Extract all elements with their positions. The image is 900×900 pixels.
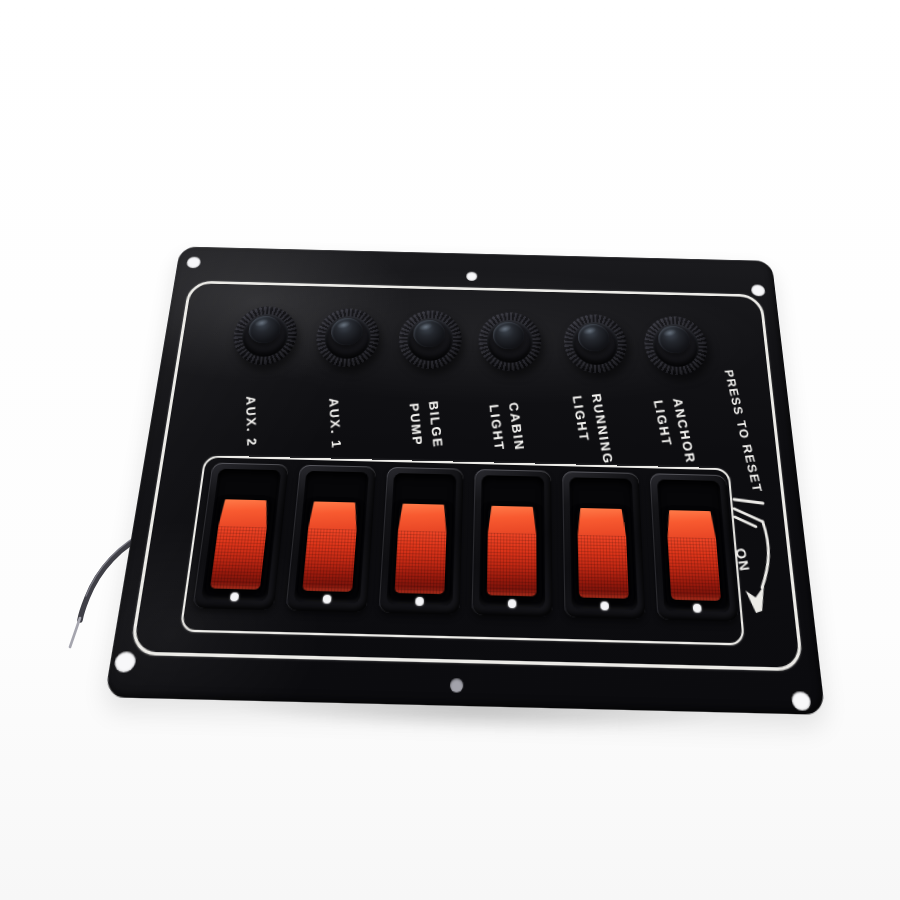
- rocker-front-face: [210, 526, 267, 590]
- rocker-top-face: [218, 499, 270, 528]
- rocker-actuator[interactable]: [210, 499, 270, 590]
- rocker-switch-anchor-light[interactable]: [650, 473, 739, 621]
- rocker-front-face: [578, 535, 629, 599]
- breaker-reset-button: [578, 324, 610, 352]
- switch-panel: AUX. 2 AUX. 1 BILGE PUMP CABIN LIGHT RUN…: [104, 246, 825, 714]
- screw-hole-bottom-center: [450, 678, 464, 693]
- screw-hole-bottom-left: [113, 651, 137, 673]
- product-photo: AUX. 2 AUX. 1 BILGE PUMP CABIN LIGHT RUN…: [0, 0, 900, 900]
- rocker-actuator[interactable]: [302, 501, 358, 592]
- rocker-switch-bilge-pump[interactable]: [378, 467, 463, 615]
- rocker-top-face: [308, 501, 359, 530]
- rocker-switch-running-light[interactable]: [562, 471, 646, 619]
- rocker-front-face: [302, 528, 356, 592]
- screw-hole-top-center: [466, 272, 477, 281]
- indicator-dot: [693, 604, 702, 613]
- indicator-dot: [600, 601, 609, 610]
- indicator-dot: [508, 599, 517, 608]
- rocker-top-face: [666, 510, 716, 539]
- switch-group-outline: [179, 455, 745, 645]
- rocker-actuator[interactable]: [666, 510, 721, 601]
- rocker-top-face: [488, 506, 537, 535]
- rocker-actuator[interactable]: [487, 506, 537, 597]
- rocker-front-face: [487, 533, 537, 597]
- rocker-top-face: [398, 504, 448, 533]
- wire-stripped-tip: [70, 618, 80, 647]
- rocker-actuator[interactable]: [394, 504, 447, 595]
- rocker-switch-cabin-light[interactable]: [471, 469, 552, 617]
- rocker-top-face: [577, 508, 626, 537]
- rocker-front-face: [394, 531, 446, 595]
- screw-hole-top-right: [751, 284, 766, 296]
- screw-hole-bottom-right: [791, 691, 812, 711]
- breaker-reset-button: [493, 321, 524, 349]
- rocker-switch-aux-2[interactable]: [192, 463, 288, 611]
- rocker-actuator[interactable]: [577, 508, 629, 599]
- rocker-switch-aux-1[interactable]: [285, 465, 376, 613]
- rocker-front-face: [667, 537, 721, 601]
- screw-hole-top-left: [186, 256, 202, 268]
